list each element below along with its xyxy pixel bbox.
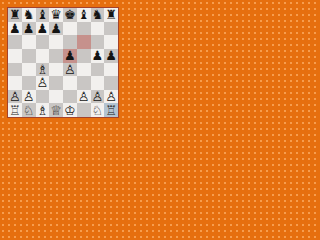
square-a5[interactable] — [8, 49, 22, 63]
square-g6[interactable] — [91, 35, 105, 49]
square-b5[interactable] — [22, 49, 36, 63]
white-pawn-icon: ♙ — [64, 63, 76, 76]
white-pawn-icon: ♙ — [37, 76, 49, 89]
square-f5[interactable] — [77, 49, 91, 63]
square-f1[interactable] — [77, 103, 91, 117]
square-c3[interactable]: ♙ — [36, 76, 50, 90]
white-rook-icon: ♖ — [105, 103, 117, 116]
square-a1[interactable]: ♖ — [8, 103, 22, 117]
square-c4[interactable]: ♗ — [36, 63, 50, 77]
square-h1[interactable]: ♖ — [104, 103, 118, 117]
square-d8[interactable]: ♛ — [49, 8, 63, 22]
square-f4[interactable] — [77, 63, 91, 77]
square-b4[interactable] — [22, 63, 36, 77]
square-f7[interactable] — [77, 22, 91, 36]
square-c8[interactable]: ♝ — [36, 8, 50, 22]
black-rook-icon: ♜ — [9, 8, 21, 21]
square-g3[interactable] — [91, 76, 105, 90]
square-g5[interactable]: ♟ — [91, 49, 105, 63]
white-king-icon: ♔ — [64, 103, 76, 116]
square-h8[interactable]: ♜ — [104, 8, 118, 22]
square-h6[interactable] — [104, 35, 118, 49]
square-b8[interactable]: ♞ — [22, 8, 36, 22]
square-c2[interactable] — [36, 90, 50, 104]
square-c5[interactable] — [36, 49, 50, 63]
white-pawn-icon: ♙ — [105, 90, 117, 103]
square-d2[interactable] — [49, 90, 63, 104]
square-e5[interactable]: ♟ — [63, 49, 77, 63]
chess-board: ♜♞♝♛♚♝♞♜♟♟♟♟♟♟♟♗♙♙♙♙♙♙♙♖♘♗♕♔♘♖ — [8, 8, 118, 117]
square-a2[interactable]: ♙ — [8, 90, 22, 104]
square-c6[interactable] — [36, 35, 50, 49]
square-c7[interactable]: ♟ — [36, 22, 50, 36]
square-d4[interactable] — [49, 63, 63, 77]
square-d5[interactable] — [49, 49, 63, 63]
square-a7[interactable]: ♟ — [8, 22, 22, 36]
square-h5[interactable]: ♟ — [104, 49, 118, 63]
white-rook-icon: ♖ — [9, 103, 21, 116]
square-h3[interactable] — [104, 76, 118, 90]
square-b3[interactable] — [22, 76, 36, 90]
white-bishop-icon: ♗ — [37, 63, 49, 76]
black-pawn-icon: ♟ — [64, 49, 76, 62]
white-pawn-icon: ♙ — [9, 90, 21, 103]
black-knight-icon: ♞ — [92, 8, 104, 21]
square-b2[interactable]: ♙ — [22, 90, 36, 104]
black-pawn-icon: ♟ — [105, 49, 117, 62]
square-d7[interactable]: ♟ — [49, 22, 63, 36]
black-rook-icon: ♜ — [105, 8, 117, 21]
white-pawn-icon: ♙ — [23, 90, 35, 103]
black-king-icon: ♚ — [64, 8, 76, 21]
square-a4[interactable] — [8, 63, 22, 77]
white-queen-icon: ♕ — [50, 103, 62, 116]
square-d6[interactable] — [49, 35, 63, 49]
square-b6[interactable] — [22, 35, 36, 49]
black-knight-icon: ♞ — [23, 8, 35, 21]
square-h7[interactable] — [104, 22, 118, 36]
black-pawn-icon: ♟ — [37, 22, 49, 35]
black-pawn-icon: ♟ — [9, 22, 21, 35]
square-e2[interactable] — [63, 90, 77, 104]
square-f2[interactable]: ♙ — [77, 90, 91, 104]
square-g2[interactable]: ♙ — [91, 90, 105, 104]
square-b7[interactable]: ♟ — [22, 22, 36, 36]
square-g7[interactable] — [91, 22, 105, 36]
black-queen-icon: ♛ — [50, 8, 62, 21]
square-h4[interactable] — [104, 63, 118, 77]
square-a8[interactable]: ♜ — [8, 8, 22, 22]
white-knight-icon: ♘ — [23, 103, 35, 116]
square-e4[interactable]: ♙ — [63, 63, 77, 77]
square-e6[interactable] — [63, 35, 77, 49]
square-e7[interactable] — [63, 22, 77, 36]
square-a6[interactable] — [8, 35, 22, 49]
square-a3[interactable] — [8, 76, 22, 90]
white-bishop-icon: ♗ — [37, 103, 49, 116]
square-e3[interactable] — [63, 76, 77, 90]
black-bishop-icon: ♝ — [37, 8, 49, 21]
square-e8[interactable]: ♚ — [63, 8, 77, 22]
black-pawn-icon: ♟ — [50, 22, 62, 35]
square-c1[interactable]: ♗ — [36, 103, 50, 117]
square-e1[interactable]: ♔ — [63, 103, 77, 117]
white-pawn-icon: ♙ — [78, 90, 90, 103]
square-f3[interactable] — [77, 76, 91, 90]
white-knight-icon: ♘ — [92, 103, 104, 116]
square-g1[interactable]: ♘ — [91, 103, 105, 117]
square-g8[interactable]: ♞ — [91, 8, 105, 22]
square-d1[interactable]: ♕ — [49, 103, 63, 117]
square-f6[interactable] — [77, 35, 91, 49]
black-bishop-icon: ♝ — [78, 8, 90, 21]
square-d3[interactable] — [49, 76, 63, 90]
black-pawn-icon: ♟ — [23, 22, 35, 35]
black-pawn-icon: ♟ — [92, 49, 104, 62]
square-b1[interactable]: ♘ — [22, 103, 36, 117]
square-f8[interactable]: ♝ — [77, 8, 91, 22]
square-h2[interactable]: ♙ — [104, 90, 118, 104]
square-g4[interactable] — [91, 63, 105, 77]
white-pawn-icon: ♙ — [92, 90, 104, 103]
